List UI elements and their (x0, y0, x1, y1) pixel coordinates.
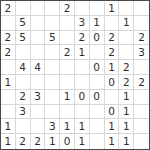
clue-cell-r2c6[interactable]: 3 (75, 16, 90, 31)
clue-cell-r7c2[interactable]: 2 (16, 90, 31, 105)
clue-cell-r6c9[interactable]: 2 (119, 75, 134, 90)
clue-cell-r10c8[interactable]: 1 (105, 134, 120, 149)
cell-r2c10[interactable] (134, 16, 149, 31)
cell-r4c9[interactable] (119, 45, 134, 60)
cell-r2c8[interactable] (105, 16, 120, 31)
clue-cell-r5c8[interactable]: 1 (105, 60, 120, 75)
cell-r6c3[interactable] (31, 75, 46, 90)
clue-cell-r4c6[interactable]: 1 (75, 45, 90, 60)
cell-r4c3[interactable] (31, 45, 46, 60)
cell-r4c4[interactable] (45, 45, 60, 60)
clue-cell-r10c1[interactable]: 1 (1, 134, 16, 149)
cell-r2c3[interactable] (31, 16, 46, 31)
clue-cell-r5c9[interactable]: 2 (119, 60, 134, 75)
clue-cell-r10c6[interactable]: 1 (75, 134, 90, 149)
cell-r2c5[interactable] (60, 16, 75, 31)
clue-cell-r6c8[interactable]: 0 (105, 75, 120, 90)
clue-cell-r3c7[interactable]: 0 (90, 31, 105, 46)
cell-r9c7[interactable] (90, 119, 105, 134)
clue-cell-r9c6[interactable]: 1 (75, 119, 90, 134)
cell-r6c7[interactable] (90, 75, 105, 90)
clue-cell-r10c2[interactable]: 2 (16, 134, 31, 149)
cell-r5c4[interactable] (45, 60, 60, 75)
cell-r1c3[interactable] (31, 1, 46, 16)
clue-cell-r5c3[interactable]: 4 (31, 60, 46, 75)
cell-r2c4[interactable] (45, 16, 60, 31)
clue-cell-r7c7[interactable]: 0 (90, 90, 105, 105)
cell-r1c9[interactable] (119, 1, 134, 16)
cell-r9c10[interactable] (134, 119, 149, 134)
cell-r3c3[interactable] (31, 31, 46, 46)
clue-cell-r10c9[interactable]: 1 (119, 134, 134, 149)
clue-cell-r2c2[interactable]: 5 (16, 16, 31, 31)
clue-cell-r3c4[interactable]: 5 (45, 31, 60, 46)
cell-r6c2[interactable] (16, 75, 31, 90)
cell-r1c10[interactable] (134, 1, 149, 16)
cell-r7c8[interactable] (105, 90, 120, 105)
clue-cell-r5c2[interactable]: 4 (16, 60, 31, 75)
clue-cell-r7c5[interactable]: 1 (60, 90, 75, 105)
clue-cell-r1c1[interactable]: 2 (1, 1, 16, 16)
cell-r1c7[interactable] (90, 1, 105, 16)
clue-cell-r9c5[interactable]: 1 (60, 119, 75, 134)
clue-cell-r4c1[interactable]: 2 (1, 45, 16, 60)
cell-r5c10[interactable] (134, 60, 149, 75)
clue-cell-r10c5[interactable]: 0 (60, 134, 75, 149)
clue-cell-r4c5[interactable]: 2 (60, 45, 75, 60)
cell-r5c6[interactable] (75, 60, 90, 75)
cell-r4c7[interactable] (90, 45, 105, 60)
cell-r8c7[interactable] (90, 105, 105, 120)
clue-cell-r3c2[interactable]: 5 (16, 31, 31, 46)
cell-r5c5[interactable] (60, 60, 75, 75)
clue-cell-r9c9[interactable]: 1 (119, 119, 134, 134)
clue-cell-r10c3[interactable]: 2 (31, 134, 46, 149)
clue-cell-r3c6[interactable]: 2 (75, 31, 90, 46)
clue-cell-r8c8[interactable]: 0 (105, 105, 120, 120)
cell-r4c2[interactable] (16, 45, 31, 60)
cell-r10c7[interactable] (90, 134, 105, 149)
clue-cell-r7c9[interactable]: 1 (119, 90, 134, 105)
cell-r3c9[interactable] (119, 31, 134, 46)
clue-cell-r6c1[interactable]: 1 (1, 75, 16, 90)
clue-cell-r9c4[interactable]: 3 (45, 119, 60, 134)
cell-r1c4[interactable] (45, 1, 60, 16)
clue-cell-r9c8[interactable]: 1 (105, 119, 120, 134)
cell-r8c6[interactable] (75, 105, 90, 120)
cell-r8c1[interactable] (1, 105, 16, 120)
clue-cell-r3c8[interactable]: 2 (105, 31, 120, 46)
clue-cell-r1c5[interactable]: 2 (60, 1, 75, 16)
clue-cell-r10c4[interactable]: 1 (45, 134, 60, 149)
cell-r7c4[interactable] (45, 90, 60, 105)
clue-cell-r6c10[interactable]: 2 (134, 75, 149, 90)
clue-cell-r4c10[interactable]: 3 (134, 45, 149, 60)
cell-r8c5[interactable] (60, 105, 75, 120)
cell-r9c3[interactable] (31, 119, 46, 134)
cell-r3c5[interactable] (60, 31, 75, 46)
clue-cell-r1c8[interactable]: 1 (105, 1, 120, 16)
cell-r8c3[interactable] (31, 105, 46, 120)
clue-cell-r8c9[interactable]: 1 (119, 105, 134, 120)
cell-r10c10[interactable] (134, 134, 149, 149)
cell-r2c1[interactable] (1, 16, 16, 31)
cell-r9c2[interactable] (16, 119, 31, 134)
clue-cell-r5c7[interactable]: 0 (90, 60, 105, 75)
cell-r7c1[interactable] (1, 90, 16, 105)
clue-cell-r4c8[interactable]: 2 (105, 45, 120, 60)
cell-r5c1[interactable] (1, 60, 16, 75)
clue-cell-r3c1[interactable]: 2 (1, 31, 16, 46)
cell-r8c4[interactable] (45, 105, 60, 120)
clue-cell-r2c7[interactable]: 1 (90, 16, 105, 31)
cell-r7c10[interactable] (134, 90, 149, 105)
puzzle-board: 2215311255202222123440121022231001301131… (0, 0, 150, 150)
clue-cell-r7c6[interactable]: 0 (75, 90, 90, 105)
clue-cell-r9c1[interactable]: 1 (1, 119, 16, 134)
cell-r6c4[interactable] (45, 75, 60, 90)
cell-r6c5[interactable] (60, 75, 75, 90)
cell-r8c10[interactable] (134, 105, 149, 120)
clue-cell-r7c3[interactable]: 3 (31, 90, 46, 105)
cell-r6c6[interactable] (75, 75, 90, 90)
cell-r1c2[interactable] (16, 1, 31, 16)
clue-cell-r3c10[interactable]: 2 (134, 31, 149, 46)
cell-r1c6[interactable] (75, 1, 90, 16)
clue-cell-r2c9[interactable]: 1 (119, 16, 134, 31)
clue-cell-r8c2[interactable]: 3 (16, 105, 31, 120)
